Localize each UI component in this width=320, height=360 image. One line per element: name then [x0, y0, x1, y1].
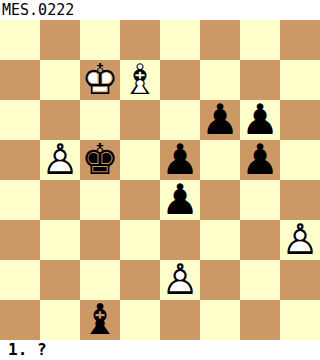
square-h3[interactable]: ♟♙ — [280, 220, 320, 260]
square-a4[interactable] — [0, 180, 40, 220]
chess-board: ♚♔♝♗♟♟♟♙♚♟♟♟♟♙♟♙♝ — [0, 20, 320, 340]
square-h1[interactable] — [280, 300, 320, 340]
square-b5[interactable]: ♟♙ — [40, 140, 80, 180]
square-b1[interactable] — [40, 300, 80, 340]
piece-black-pawn[interactable]: ♟ — [160, 180, 200, 220]
square-a6[interactable] — [0, 100, 40, 140]
piece-black-pawn[interactable]: ♟ — [240, 140, 280, 180]
square-b4[interactable] — [40, 180, 80, 220]
square-h6[interactable] — [280, 100, 320, 140]
square-b8[interactable] — [40, 20, 80, 60]
square-d4[interactable] — [120, 180, 160, 220]
square-c6[interactable] — [80, 100, 120, 140]
square-a2[interactable] — [0, 260, 40, 300]
square-g4[interactable] — [240, 180, 280, 220]
piece-white-pawn[interactable]: ♟ — [160, 260, 200, 300]
piece-black-pawn[interactable]: ♟ — [160, 140, 200, 180]
piece-black-bishop[interactable]: ♝ — [80, 300, 120, 340]
piece-white-king-outline: ♔ — [80, 60, 120, 100]
square-e1[interactable] — [160, 300, 200, 340]
square-d1[interactable] — [120, 300, 160, 340]
square-h5[interactable] — [280, 140, 320, 180]
square-d5[interactable] — [120, 140, 160, 180]
piece-white-pawn-outline: ♙ — [280, 220, 320, 260]
square-d6[interactable] — [120, 100, 160, 140]
square-a7[interactable] — [0, 60, 40, 100]
square-h8[interactable] — [280, 20, 320, 60]
piece-white-king[interactable]: ♚ — [80, 60, 120, 100]
square-a3[interactable] — [0, 220, 40, 260]
piece-white-pawn[interactable]: ♟ — [40, 140, 80, 180]
square-b6[interactable] — [40, 100, 80, 140]
square-b7[interactable] — [40, 60, 80, 100]
square-c8[interactable] — [80, 20, 120, 60]
square-c4[interactable] — [80, 180, 120, 220]
square-d7[interactable]: ♝♗ — [120, 60, 160, 100]
square-d8[interactable] — [120, 20, 160, 60]
square-f8[interactable] — [200, 20, 240, 60]
square-f4[interactable] — [200, 180, 240, 220]
square-h4[interactable] — [280, 180, 320, 220]
piece-white-pawn[interactable]: ♟ — [280, 220, 320, 260]
square-e5[interactable]: ♟ — [160, 140, 200, 180]
piece-black-pawn[interactable]: ♟ — [200, 100, 240, 140]
square-e2[interactable]: ♟♙ — [160, 260, 200, 300]
piece-white-bishop-outline: ♗ — [120, 60, 160, 100]
square-e4[interactable]: ♟ — [160, 180, 200, 220]
square-e6[interactable] — [160, 100, 200, 140]
chess-puzzle-page: MES.0222 ♚♔♝♗♟♟♟♙♚♟♟♟♟♙♟♙♝ 1. ? — [0, 0, 320, 360]
square-f3[interactable] — [200, 220, 240, 260]
square-c5[interactable]: ♚ — [80, 140, 120, 180]
square-f1[interactable] — [200, 300, 240, 340]
square-g5[interactable]: ♟ — [240, 140, 280, 180]
square-b3[interactable] — [40, 220, 80, 260]
square-b2[interactable] — [40, 260, 80, 300]
piece-white-pawn-outline: ♙ — [160, 260, 200, 300]
square-h7[interactable] — [280, 60, 320, 100]
square-c7[interactable]: ♚♔ — [80, 60, 120, 100]
square-c2[interactable] — [80, 260, 120, 300]
square-g2[interactable] — [240, 260, 280, 300]
square-e7[interactable] — [160, 60, 200, 100]
square-g8[interactable] — [240, 20, 280, 60]
square-g3[interactable] — [240, 220, 280, 260]
square-f7[interactable] — [200, 60, 240, 100]
square-a8[interactable] — [0, 20, 40, 60]
square-f6[interactable]: ♟ — [200, 100, 240, 140]
piece-white-pawn-outline: ♙ — [40, 140, 80, 180]
square-f5[interactable] — [200, 140, 240, 180]
piece-white-bishop[interactable]: ♝ — [120, 60, 160, 100]
square-g7[interactable] — [240, 60, 280, 100]
square-h2[interactable] — [280, 260, 320, 300]
move-prompt-label: 1. ? — [0, 340, 320, 360]
piece-black-pawn[interactable]: ♟ — [240, 100, 280, 140]
square-g6[interactable]: ♟ — [240, 100, 280, 140]
square-c3[interactable] — [80, 220, 120, 260]
square-f2[interactable] — [200, 260, 240, 300]
piece-black-king[interactable]: ♚ — [80, 140, 120, 180]
square-e8[interactable] — [160, 20, 200, 60]
square-d2[interactable] — [120, 260, 160, 300]
square-a5[interactable] — [0, 140, 40, 180]
square-e3[interactable] — [160, 220, 200, 260]
square-a1[interactable] — [0, 300, 40, 340]
square-d3[interactable] — [120, 220, 160, 260]
square-g1[interactable] — [240, 300, 280, 340]
puzzle-id-label: MES.0222 — [0, 0, 320, 20]
square-c1[interactable]: ♝ — [80, 300, 120, 340]
